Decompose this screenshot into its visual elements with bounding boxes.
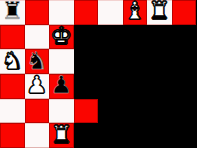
board-square-c0r0[interactable]: ♜ (0, 0, 25, 25)
white-king-piece: ♚ (50, 24, 72, 48)
void-area (74, 25, 99, 50)
void-area (74, 74, 99, 99)
board-square-c1r1[interactable] (25, 25, 50, 50)
board-square-c1r2[interactable]: ♞ (25, 49, 50, 74)
board-square-c2r1[interactable]: ♚ (49, 25, 74, 50)
board-square-c2r4[interactable] (49, 99, 74, 124)
board-square-c5r0[interactable]: ♝ (123, 0, 148, 25)
void-area (172, 123, 197, 148)
board-square-c1r5[interactable] (25, 123, 50, 148)
board-square-c2r5[interactable]: ♜ (49, 123, 74, 148)
board-square-c0r1[interactable] (0, 25, 25, 50)
void-area (98, 74, 123, 99)
board-square-c0r4[interactable] (0, 99, 25, 124)
void-area (123, 123, 148, 148)
white-pawn-piece: ♟ (26, 73, 48, 97)
void-area (172, 74, 197, 99)
white-rook-piece: ♜ (50, 123, 72, 147)
void-area (123, 25, 148, 50)
board-square-c4r0[interactable] (98, 0, 123, 25)
void-area (147, 74, 172, 99)
void-area (147, 99, 172, 124)
void-area (172, 49, 197, 74)
void-area (172, 99, 197, 124)
void-area (98, 25, 123, 50)
board-square-c0r5[interactable] (0, 123, 25, 148)
board-square-c6r0[interactable]: ♜ (147, 0, 172, 25)
void-area (123, 74, 148, 99)
void-area (147, 25, 172, 50)
board-square-c1r0[interactable] (25, 0, 50, 25)
void-area (74, 49, 99, 74)
void-area (98, 49, 123, 74)
board-square-c0r2[interactable]: ♞ (0, 49, 25, 74)
board-square-c2r0[interactable] (49, 0, 74, 25)
board-square-c2r2[interactable] (49, 49, 74, 74)
void-area (98, 123, 123, 148)
board-square-c7r0[interactable] (172, 0, 197, 25)
void-area (123, 99, 148, 124)
void-area (123, 49, 148, 74)
black-knight-piece: ♞ (26, 49, 48, 73)
void-area (147, 123, 172, 148)
white-bishop-piece: ♝ (124, 0, 146, 23)
white-rook-piece: ♜ (148, 0, 170, 23)
void-area (172, 25, 197, 50)
board-square-c3r4[interactable] (74, 99, 99, 124)
black-rook-piece: ♜ (1, 0, 23, 23)
black-pawn-piece: ♟ (50, 73, 72, 97)
void-area (98, 99, 123, 124)
board-square-c3r0[interactable] (74, 0, 99, 25)
board-square-c0r3[interactable] (0, 74, 25, 99)
board-square-c1r3[interactable]: ♟ (25, 74, 50, 99)
void-area (74, 123, 99, 148)
board-square-c1r4[interactable] (25, 99, 50, 124)
chess-board: ♜♝♜♚♞♞♟♟♜ (0, 0, 196, 148)
board-square-c2r3[interactable]: ♟ (49, 74, 74, 99)
void-area (147, 49, 172, 74)
white-knight-piece: ♞ (1, 49, 23, 73)
screen-background: ♜♝♜♚♞♞♟♟♜ (0, 0, 196, 148)
